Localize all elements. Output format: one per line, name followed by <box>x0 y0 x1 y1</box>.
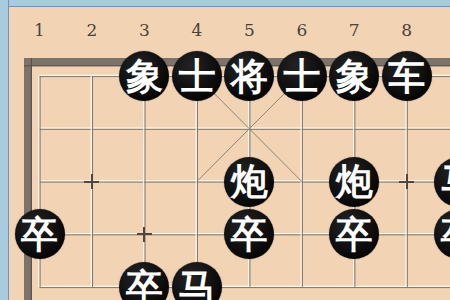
column-label-2: 2 <box>81 21 103 39</box>
column-label-3: 3 <box>133 21 155 39</box>
piece-elephant[interactable]: 象 <box>329 51 379 101</box>
piece-soldier[interactable]: 卒 <box>224 209 274 259</box>
piece-advisor[interactable]: 士 <box>277 51 327 101</box>
piece-general[interactable]: 将 <box>224 51 274 101</box>
column-label-5: 5 <box>238 21 260 39</box>
piece-chariot[interactable]: 车 <box>382 51 432 101</box>
point-marker <box>399 174 414 189</box>
board-grid <box>0 0 450 300</box>
point-marker <box>84 174 99 189</box>
piece-soldier[interactable]: 卒 <box>329 209 379 259</box>
piece-cannon[interactable]: 炮 <box>329 157 379 207</box>
column-label-4: 4 <box>186 21 208 39</box>
column-label-8: 8 <box>396 21 418 39</box>
piece-horse[interactable]: 马 <box>172 262 222 300</box>
point-marker <box>137 227 152 242</box>
piece-soldier[interactable]: 卒 <box>15 209 65 259</box>
piece-cannon[interactable]: 炮 <box>224 157 274 207</box>
column-label-6: 6 <box>291 21 313 39</box>
xiangqi-board-screenshot: 12345678象士将士象车炮炮马卒卒卒卒卒马 <box>0 0 450 300</box>
piece-advisor[interactable]: 士 <box>172 51 222 101</box>
column-label-1: 1 <box>29 21 51 39</box>
piece-elephant[interactable]: 象 <box>119 51 169 101</box>
column-label-7: 7 <box>343 21 365 39</box>
window-frame-top <box>0 0 450 7</box>
window-frame-left <box>0 0 9 300</box>
piece-soldier[interactable]: 卒 <box>119 262 169 300</box>
